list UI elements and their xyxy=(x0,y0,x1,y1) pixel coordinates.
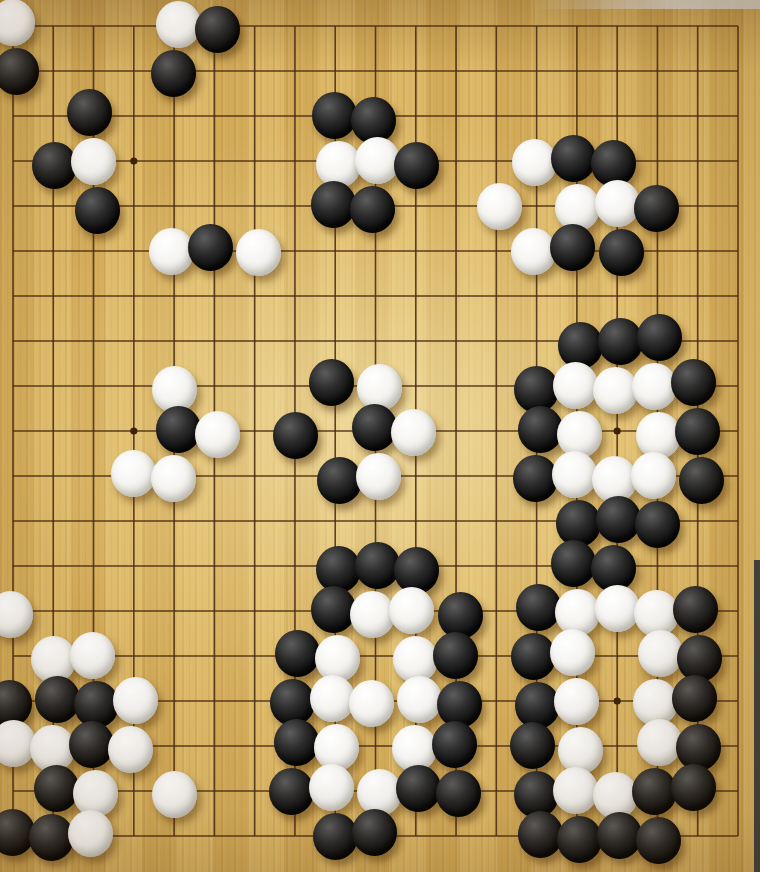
black-stone xyxy=(355,542,400,589)
black-stone xyxy=(551,135,596,182)
black-stone xyxy=(69,721,114,768)
black-stone xyxy=(511,633,556,680)
black-stone xyxy=(312,92,357,139)
black-stone xyxy=(675,408,720,455)
white-stone xyxy=(356,453,401,500)
white-stone xyxy=(632,363,677,410)
black-stone xyxy=(513,455,558,502)
black-stone xyxy=(311,586,356,633)
white-stone xyxy=(512,139,557,186)
white-stone xyxy=(552,451,597,498)
white-stone xyxy=(593,367,638,414)
black-stone xyxy=(599,229,644,276)
black-stone xyxy=(556,500,601,547)
white-stone xyxy=(357,769,402,816)
white-stone xyxy=(152,771,197,818)
black-stone xyxy=(635,501,680,548)
black-stone xyxy=(151,50,196,97)
black-stone xyxy=(597,812,642,859)
black-stone xyxy=(436,770,481,817)
white-stone xyxy=(111,450,156,497)
white-stone xyxy=(391,409,436,456)
black-stone xyxy=(672,675,717,722)
white-stone xyxy=(357,364,402,411)
black-stone xyxy=(510,722,555,769)
table-edge-top-right xyxy=(530,0,760,9)
white-stone xyxy=(637,719,682,766)
black-stone xyxy=(518,406,563,453)
white-stone xyxy=(553,767,598,814)
black-stone xyxy=(679,457,724,504)
black-stone xyxy=(677,635,722,682)
table-edge-right xyxy=(754,560,760,872)
white-stone xyxy=(355,137,400,184)
black-stone xyxy=(0,48,39,95)
black-stone xyxy=(632,768,677,815)
white-stone xyxy=(151,455,196,502)
white-stone xyxy=(236,229,281,276)
white-stone xyxy=(315,635,360,682)
white-stone xyxy=(477,183,522,230)
black-stone xyxy=(671,764,716,811)
black-stone xyxy=(518,811,563,858)
black-stone xyxy=(350,186,395,233)
black-stone xyxy=(558,322,603,369)
white-stone xyxy=(113,677,158,724)
black-stone xyxy=(311,181,356,228)
white-stone xyxy=(195,411,240,458)
black-stone xyxy=(156,406,201,453)
black-stone xyxy=(273,412,318,459)
black-stone xyxy=(275,630,320,677)
white-stone xyxy=(558,727,603,774)
black-stone xyxy=(515,682,560,729)
black-stone xyxy=(352,404,397,451)
black-stone xyxy=(637,314,682,361)
black-stone xyxy=(195,6,240,53)
white-stone xyxy=(389,587,434,634)
black-stone xyxy=(596,496,641,543)
black-stone xyxy=(34,765,79,812)
black-stone xyxy=(676,724,721,771)
white-stone xyxy=(595,180,640,227)
white-stone xyxy=(70,632,115,679)
white-stone xyxy=(638,630,683,677)
white-stone xyxy=(73,770,118,817)
black-stone xyxy=(313,813,358,860)
white-stone xyxy=(553,362,598,409)
white-stone xyxy=(550,629,595,676)
go-board-photo xyxy=(0,0,760,872)
black-stone xyxy=(32,142,77,189)
black-stone xyxy=(433,632,478,679)
black-stone xyxy=(188,224,233,271)
black-stone xyxy=(551,540,596,587)
black-stone xyxy=(636,817,681,864)
black-stone xyxy=(67,89,112,136)
black-stone xyxy=(74,681,119,728)
black-stone xyxy=(29,814,74,861)
black-stone xyxy=(516,584,561,631)
white-stone xyxy=(309,764,354,811)
white-stone xyxy=(397,676,442,723)
white-stone xyxy=(350,591,395,638)
white-stone xyxy=(71,138,116,185)
black-stone xyxy=(671,359,716,406)
black-stone xyxy=(437,681,482,728)
black-stone xyxy=(269,768,314,815)
black-stone xyxy=(309,359,354,406)
white-stone xyxy=(314,724,359,771)
white-stone xyxy=(557,411,602,458)
black-stone xyxy=(35,676,80,723)
black-stone xyxy=(557,816,602,863)
black-stone xyxy=(394,547,439,594)
black-stone xyxy=(438,592,483,639)
white-stone xyxy=(555,589,600,636)
black-stone xyxy=(394,142,439,189)
black-stone xyxy=(550,224,595,271)
white-stone xyxy=(554,678,599,725)
white-stone xyxy=(149,228,194,275)
white-stone xyxy=(595,585,640,632)
black-stone xyxy=(274,719,319,766)
black-stone xyxy=(634,185,679,232)
black-stone xyxy=(396,765,441,812)
white-stone xyxy=(636,412,681,459)
black-stone xyxy=(316,546,361,593)
black-stone xyxy=(598,318,643,365)
black-stone xyxy=(352,809,397,856)
white-stone xyxy=(555,184,600,231)
white-stone xyxy=(349,680,394,727)
black-stone xyxy=(432,721,477,768)
white-stone xyxy=(631,452,676,499)
white-stone xyxy=(156,1,201,48)
black-stone xyxy=(75,187,120,234)
black-stone xyxy=(317,457,362,504)
white-stone xyxy=(316,141,361,188)
black-stone xyxy=(673,586,718,633)
white-stone xyxy=(68,810,113,857)
white-stone xyxy=(511,228,556,275)
white-stone xyxy=(310,675,355,722)
white-stone xyxy=(108,726,153,773)
